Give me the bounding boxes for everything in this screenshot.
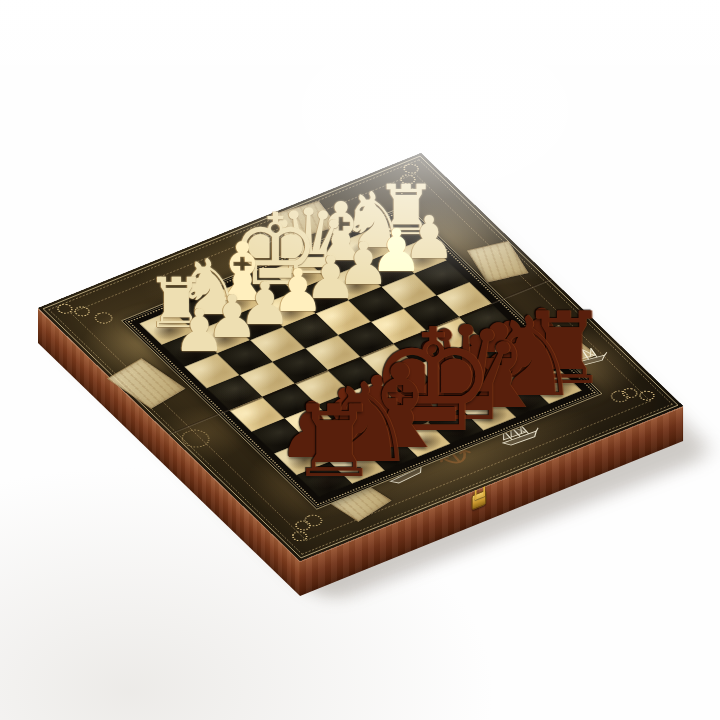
rope-knot-icon <box>301 512 326 528</box>
product-photo-stage: ♜♞♝♚♛♝♞♜♟♟♟♟♟♟♟♟♟♟♟♟♟♟♟♟♜♞♝♚♛♝♞♜ <box>0 0 720 720</box>
black-rook[interactable]: ♜ <box>266 395 402 489</box>
fold-seam <box>168 409 231 435</box>
rope-knot-icon <box>54 301 94 319</box>
square-h8[interactable]: ♜ <box>297 462 352 497</box>
rope-knot-icon <box>289 518 315 544</box>
